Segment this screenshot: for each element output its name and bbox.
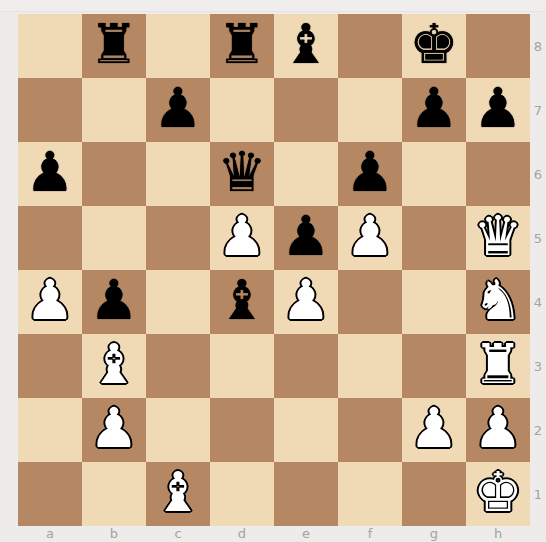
square-h7[interactable]: ♟ [466,78,530,142]
square-d3[interactable] [210,334,274,398]
square-b7[interactable] [82,78,146,142]
piece-black-pawn[interactable]: ♟ [25,142,74,204]
piece-white-queen[interactable]: ♛ [473,206,522,268]
piece-white-pawn[interactable]: ♟ [473,398,522,460]
square-h2[interactable]: ♟ [466,398,530,462]
piece-black-pawn[interactable]: ♟ [89,270,138,332]
square-b5[interactable] [82,206,146,270]
square-h3[interactable]: ♜ [466,334,530,398]
square-e1[interactable] [274,462,338,526]
square-e3[interactable] [274,334,338,398]
square-a4[interactable]: ♟ [18,270,82,334]
piece-black-queen[interactable]: ♛ [217,142,266,204]
piece-white-pawn[interactable]: ♟ [281,270,330,332]
square-b3[interactable]: ♝ [82,334,146,398]
page-background: ♜♜♝♚♟♟♟♟♛♟♟♟♟♛♟♟♝♟♞♝♜♟♟♟♝♚ abcdefgh 8765… [0,0,546,542]
square-c1[interactable]: ♝ [146,462,210,526]
square-h5[interactable]: ♛ [466,206,530,270]
rank-label-3: 3 [530,334,546,398]
square-d7[interactable] [210,78,274,142]
piece-black-pawn[interactable]: ♟ [153,78,202,140]
rank-label-6: 6 [530,142,546,206]
square-f7[interactable] [338,78,402,142]
rank-label-5: 5 [530,206,546,270]
piece-white-king[interactable]: ♚ [473,462,522,524]
rank-label-7: 7 [530,78,546,142]
rank-label-2: 2 [530,398,546,462]
piece-white-bishop[interactable]: ♝ [153,462,202,524]
square-f4[interactable] [338,270,402,334]
square-c7[interactable]: ♟ [146,78,210,142]
square-d5[interactable]: ♟ [210,206,274,270]
square-a6[interactable]: ♟ [18,142,82,206]
square-e2[interactable] [274,398,338,462]
square-g8[interactable]: ♚ [402,14,466,78]
file-label-e: e [274,526,338,542]
chess-board: ♜♜♝♚♟♟♟♟♛♟♟♟♟♛♟♟♝♟♞♝♜♟♟♟♝♚ [18,14,530,526]
file-label-f: f [338,526,402,542]
square-g4[interactable] [402,270,466,334]
piece-black-pawn[interactable]: ♟ [409,78,458,140]
square-g6[interactable] [402,142,466,206]
square-e5[interactable]: ♟ [274,206,338,270]
piece-black-pawn[interactable]: ♟ [345,142,394,204]
piece-white-pawn[interactable]: ♟ [409,398,458,460]
rank-label-4: 4 [530,270,546,334]
square-g7[interactable]: ♟ [402,78,466,142]
piece-black-rook[interactable]: ♜ [89,14,138,76]
piece-white-pawn[interactable]: ♟ [345,206,394,268]
file-label-c: c [146,526,210,542]
square-c5[interactable] [146,206,210,270]
square-e7[interactable] [274,78,338,142]
square-h6[interactable] [466,142,530,206]
file-labels: abcdefgh [18,526,530,542]
square-c8[interactable] [146,14,210,78]
square-d6[interactable]: ♛ [210,142,274,206]
piece-black-pawn[interactable]: ♟ [281,206,330,268]
square-g2[interactable]: ♟ [402,398,466,462]
square-d8[interactable]: ♜ [210,14,274,78]
file-label-g: g [402,526,466,542]
piece-black-rook[interactable]: ♜ [217,14,266,76]
file-label-h: h [466,526,530,542]
square-g1[interactable] [402,462,466,526]
square-f1[interactable] [338,462,402,526]
piece-white-pawn[interactable]: ♟ [217,206,266,268]
piece-black-king[interactable]: ♚ [409,14,458,76]
piece-black-pawn[interactable]: ♟ [473,78,522,140]
square-d2[interactable] [210,398,274,462]
square-e4[interactable]: ♟ [274,270,338,334]
square-a2[interactable] [18,398,82,462]
square-b6[interactable] [82,142,146,206]
piece-black-bishop[interactable]: ♝ [217,270,266,332]
square-b2[interactable]: ♟ [82,398,146,462]
square-g3[interactable] [402,334,466,398]
piece-white-bishop[interactable]: ♝ [89,334,138,396]
square-c6[interactable] [146,142,210,206]
file-label-a: a [18,526,82,542]
square-a3[interactable] [18,334,82,398]
square-c3[interactable] [146,334,210,398]
file-label-b: b [82,526,146,542]
square-g5[interactable] [402,206,466,270]
square-h8[interactable] [466,14,530,78]
square-a5[interactable] [18,206,82,270]
square-h4[interactable]: ♞ [466,270,530,334]
square-b8[interactable]: ♜ [82,14,146,78]
square-b1[interactable] [82,462,146,526]
square-e8[interactable]: ♝ [274,14,338,78]
piece-white-pawn[interactable]: ♟ [89,398,138,460]
square-h1[interactable]: ♚ [466,462,530,526]
square-c2[interactable] [146,398,210,462]
square-a7[interactable] [18,78,82,142]
square-f8[interactable] [338,14,402,78]
square-f5[interactable]: ♟ [338,206,402,270]
square-a8[interactable] [18,14,82,78]
square-f3[interactable] [338,334,402,398]
piece-white-knight[interactable]: ♞ [473,270,522,332]
square-b4[interactable]: ♟ [82,270,146,334]
piece-white-pawn[interactable]: ♟ [25,270,74,332]
piece-white-rook[interactable]: ♜ [473,334,522,396]
square-c4[interactable] [146,270,210,334]
file-label-d: d [210,526,274,542]
piece-black-bishop[interactable]: ♝ [281,14,330,76]
rank-label-8: 8 [530,14,546,78]
rank-labels: 87654321 [530,14,546,526]
square-a1[interactable] [18,462,82,526]
square-d1[interactable] [210,462,274,526]
top-margin-strip [0,0,546,12]
square-f6[interactable]: ♟ [338,142,402,206]
rank-label-1: 1 [530,462,546,526]
square-f2[interactable] [338,398,402,462]
square-e6[interactable] [274,142,338,206]
square-d4[interactable]: ♝ [210,270,274,334]
